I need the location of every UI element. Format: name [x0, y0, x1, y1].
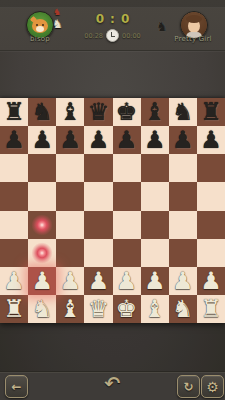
piece-white-queen: ♛ [84, 295, 112, 323]
left-player-time: 00:28 [84, 32, 103, 40]
square-g6[interactable] [169, 154, 197, 182]
piece-white-pawn: ♟ [0, 267, 28, 295]
square-a2[interactable]: ♟ [0, 267, 28, 295]
piece-white-pawn: ♟ [84, 267, 112, 295]
square-f1[interactable]: ♝ [141, 295, 169, 323]
square-e7[interactable]: ♟ [113, 126, 141, 154]
square-a5[interactable] [0, 182, 28, 210]
piece-white-pawn: ♟ [56, 267, 84, 295]
undo-icon: ↶ [105, 372, 121, 394]
square-h5[interactable] [197, 182, 225, 210]
piece-white-pawn: ♟ [113, 267, 141, 295]
piece-white-pawn: ♟ [28, 267, 56, 295]
square-g8[interactable]: ♞ [169, 98, 197, 126]
square-c2[interactable]: ♟ [56, 267, 84, 295]
square-g7[interactable]: ♟ [169, 126, 197, 154]
square-e8[interactable]: ♚ [113, 98, 141, 126]
piece-black-rook: ♜ [197, 98, 225, 126]
piece-white-rook: ♜ [197, 295, 225, 323]
square-g1[interactable]: ♞ [169, 295, 197, 323]
square-b4[interactable] [28, 211, 56, 239]
piece-white-bishop: ♝ [56, 295, 84, 323]
piece-black-pawn: ♟ [56, 126, 84, 154]
chess-app: ♞ ♞ bisop 0 : 0 00:28 00:00 ♞ Pretty Gir… [0, 0, 225, 400]
piece-black-knight: ♞ [28, 98, 56, 126]
piece-black-pawn: ♟ [0, 126, 28, 154]
square-g2[interactable]: ♟ [169, 267, 197, 295]
piece-white-king: ♚ [113, 295, 141, 323]
square-e2[interactable]: ♟ [113, 267, 141, 295]
square-c1[interactable]: ♝ [56, 295, 84, 323]
square-c3[interactable] [56, 239, 84, 267]
score-separator: : [110, 12, 115, 26]
header-bar: ♞ ♞ bisop 0 : 0 00:28 00:00 ♞ Pretty Gir… [0, 0, 225, 51]
square-f7[interactable]: ♟ [141, 126, 169, 154]
square-d5[interactable] [84, 182, 112, 210]
square-a7[interactable]: ♟ [0, 126, 28, 154]
square-e1[interactable]: ♚ [113, 295, 141, 323]
square-g4[interactable] [169, 211, 197, 239]
tiger-avatar-eyes [36, 24, 38, 26]
settings-button[interactable]: ⚙ [201, 375, 224, 398]
rotate-board-button[interactable]: ↻ [177, 375, 200, 398]
piece-white-rook: ♜ [0, 295, 28, 323]
right-player-name: Pretty Girl [161, 35, 225, 43]
piece-white-pawn: ♟ [169, 267, 197, 295]
square-b3[interactable] [28, 239, 56, 267]
piece-white-pawn: ♟ [197, 267, 225, 295]
square-a6[interactable] [0, 154, 28, 182]
square-f2[interactable]: ♟ [141, 267, 169, 295]
piece-black-rook: ♜ [0, 98, 28, 126]
right-player-time: 00:00 [122, 32, 141, 40]
chess-board: ♜♞♝♛♚♝♞♜♟♟♟♟♟♟♟♟♟♟♟♟♟♟♟♟♜♞♝♛♚♝♞♜ [0, 98, 225, 323]
square-d2[interactable]: ♟ [84, 267, 112, 295]
undo-button[interactable]: ↶ [98, 372, 128, 398]
piece-white-knight: ♞ [28, 295, 56, 323]
piece-black-pawn: ♟ [28, 126, 56, 154]
piece-black-pawn: ♟ [169, 126, 197, 154]
clock-icon [106, 29, 119, 42]
square-g3[interactable] [169, 239, 197, 267]
square-c4[interactable] [56, 211, 84, 239]
square-f3[interactable] [141, 239, 169, 267]
piece-white-knight: ♞ [169, 295, 197, 323]
square-b6[interactable] [28, 154, 56, 182]
square-f5[interactable] [141, 182, 169, 210]
square-a3[interactable] [0, 239, 28, 267]
square-d8[interactable]: ♛ [84, 98, 112, 126]
piece-black-bishop: ♝ [56, 98, 84, 126]
rotate-icon: ↻ [183, 380, 193, 394]
square-g5[interactable] [169, 182, 197, 210]
square-c7[interactable]: ♟ [56, 126, 84, 154]
score-right: 0 [121, 12, 129, 26]
square-d4[interactable] [84, 211, 112, 239]
square-b1[interactable]: ♞ [28, 295, 56, 323]
back-icon: ← [11, 380, 21, 394]
square-d3[interactable] [84, 239, 112, 267]
square-a4[interactable] [0, 211, 28, 239]
square-b8[interactable]: ♞ [28, 98, 56, 126]
piece-black-king: ♚ [113, 98, 141, 126]
square-d6[interactable] [84, 154, 112, 182]
piece-black-bishop: ♝ [141, 98, 169, 126]
square-b2[interactable]: ♟ [28, 267, 56, 295]
square-f6[interactable] [141, 154, 169, 182]
lower-shade [0, 323, 225, 372]
square-e5[interactable] [113, 182, 141, 210]
square-h2[interactable]: ♟ [197, 267, 225, 295]
bottom-toolbar: ← ↶ ↻ ⚙ [0, 371, 225, 400]
square-c8[interactable]: ♝ [56, 98, 84, 126]
square-d1[interactable]: ♛ [84, 295, 112, 323]
square-d7[interactable]: ♟ [84, 126, 112, 154]
square-f8[interactable]: ♝ [141, 98, 169, 126]
piece-black-queen: ♛ [84, 98, 112, 126]
piece-black-pawn: ♟ [113, 126, 141, 154]
square-h1[interactable]: ♜ [197, 295, 225, 323]
square-b5[interactable] [28, 182, 56, 210]
settings-icon: ⚙ [206, 379, 219, 395]
square-a8[interactable]: ♜ [0, 98, 28, 126]
score-left: 0 [96, 12, 104, 26]
piece-white-bishop: ♝ [141, 295, 169, 323]
square-c5[interactable] [56, 182, 84, 210]
piece-black-pawn: ♟ [197, 126, 225, 154]
square-a1[interactable]: ♜ [0, 295, 28, 323]
square-c6[interactable] [56, 154, 84, 182]
square-f4[interactable] [141, 211, 169, 239]
square-e4[interactable] [113, 211, 141, 239]
square-h4[interactable] [197, 211, 225, 239]
piece-black-pawn: ♟ [84, 126, 112, 154]
piece-black-knight: ♞ [169, 98, 197, 126]
square-h3[interactable] [197, 239, 225, 267]
back-button[interactable]: ← [5, 375, 28, 398]
square-b7[interactable]: ♟ [28, 126, 56, 154]
black-knight-icon: ♞ [156, 20, 168, 33]
square-h8[interactable]: ♜ [197, 98, 225, 126]
square-h6[interactable] [197, 154, 225, 182]
square-h7[interactable]: ♟ [197, 126, 225, 154]
square-e3[interactable] [113, 239, 141, 267]
square-e6[interactable] [113, 154, 141, 182]
avatar-face [188, 19, 200, 33]
piece-white-pawn: ♟ [141, 267, 169, 295]
piece-black-pawn: ♟ [141, 126, 169, 154]
